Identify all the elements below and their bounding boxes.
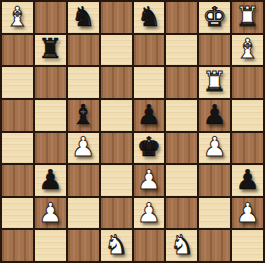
square-f2[interactable]	[166, 198, 197, 229]
square-d8[interactable]	[101, 2, 132, 33]
square-c8[interactable]: ♞	[68, 2, 99, 33]
piece-white-bishop-h7[interactable]: ♝	[235, 35, 259, 62]
square-d7[interactable]	[101, 35, 132, 66]
piece-white-pawn-c4[interactable]: ♟	[71, 133, 95, 160]
piece-black-knight-e8[interactable]: ♞	[137, 3, 161, 30]
square-a2[interactable]	[2, 198, 33, 229]
square-b3[interactable]: ♟	[35, 165, 66, 196]
square-b1[interactable]	[35, 230, 66, 261]
square-d3[interactable]	[101, 165, 132, 196]
piece-black-knight-c8[interactable]: ♞	[71, 3, 95, 30]
piece-black-pawn-e5[interactable]: ♟	[137, 101, 161, 128]
chess-board: ♝♞♞♚♜♜♝♜♝♟♟♟♚♟♟♟♟♟♟♟♞♞	[0, 0, 265, 263]
square-f1[interactable]: ♞	[166, 230, 197, 261]
piece-black-king-e4[interactable]: ♚	[137, 133, 161, 160]
square-c4[interactable]: ♟	[68, 133, 99, 164]
square-e1[interactable]	[134, 230, 165, 261]
square-c2[interactable]	[68, 198, 99, 229]
square-e2[interactable]: ♟	[134, 198, 165, 229]
square-c5[interactable]: ♝	[68, 100, 99, 131]
square-b8[interactable]	[35, 2, 66, 33]
square-h4[interactable]	[232, 133, 263, 164]
square-d2[interactable]	[101, 198, 132, 229]
square-a4[interactable]	[2, 133, 33, 164]
piece-white-knight-f1[interactable]: ♞	[170, 231, 194, 258]
square-c3[interactable]	[68, 165, 99, 196]
piece-white-rook-h8[interactable]: ♜	[235, 3, 259, 30]
square-a5[interactable]	[2, 100, 33, 131]
square-e6[interactable]	[134, 67, 165, 98]
square-f7[interactable]	[166, 35, 197, 66]
piece-white-pawn-h2[interactable]: ♟	[235, 199, 259, 226]
piece-white-knight-d1[interactable]: ♞	[104, 231, 128, 258]
square-b4[interactable]	[35, 133, 66, 164]
square-h2[interactable]: ♟	[232, 198, 263, 229]
square-h7[interactable]: ♝	[232, 35, 263, 66]
square-e3[interactable]: ♟	[134, 165, 165, 196]
square-g5[interactable]: ♟	[199, 100, 230, 131]
square-b6[interactable]	[35, 67, 66, 98]
square-h8[interactable]: ♜	[232, 2, 263, 33]
piece-white-bishop-a8[interactable]: ♝	[5, 3, 29, 30]
square-g1[interactable]	[199, 230, 230, 261]
piece-white-pawn-g4[interactable]: ♟	[203, 133, 227, 160]
square-a8[interactable]: ♝	[2, 2, 33, 33]
piece-white-king-g8[interactable]: ♚	[203, 3, 227, 30]
square-g2[interactable]	[199, 198, 230, 229]
piece-white-rook-g6[interactable]: ♜	[203, 68, 227, 95]
square-h1[interactable]	[232, 230, 263, 261]
square-b2[interactable]: ♟	[35, 198, 66, 229]
square-c6[interactable]	[68, 67, 99, 98]
square-h6[interactable]	[232, 67, 263, 98]
piece-black-pawn-h3[interactable]: ♟	[235, 166, 259, 193]
square-a6[interactable]	[2, 67, 33, 98]
square-g4[interactable]: ♟	[199, 133, 230, 164]
piece-white-pawn-e2[interactable]: ♟	[137, 199, 161, 226]
piece-black-pawn-b3[interactable]: ♟	[38, 166, 62, 193]
square-e4[interactable]: ♚	[134, 133, 165, 164]
square-h5[interactable]	[232, 100, 263, 131]
square-g8[interactable]: ♚	[199, 2, 230, 33]
square-g6[interactable]: ♜	[199, 67, 230, 98]
square-f8[interactable]	[166, 2, 197, 33]
square-h3[interactable]: ♟	[232, 165, 263, 196]
square-a1[interactable]	[2, 230, 33, 261]
square-b5[interactable]	[35, 100, 66, 131]
piece-black-pawn-g5[interactable]: ♟	[203, 101, 227, 128]
square-f3[interactable]	[166, 165, 197, 196]
square-c1[interactable]	[68, 230, 99, 261]
square-e5[interactable]: ♟	[134, 100, 165, 131]
square-e7[interactable]	[134, 35, 165, 66]
square-a3[interactable]	[2, 165, 33, 196]
square-b7[interactable]: ♜	[35, 35, 66, 66]
square-f5[interactable]	[166, 100, 197, 131]
piece-black-bishop-c5[interactable]: ♝	[71, 101, 95, 128]
square-d5[interactable]	[101, 100, 132, 131]
square-f4[interactable]	[166, 133, 197, 164]
square-g3[interactable]	[199, 165, 230, 196]
square-e8[interactable]: ♞	[134, 2, 165, 33]
square-f6[interactable]	[166, 67, 197, 98]
square-d6[interactable]	[101, 67, 132, 98]
square-d1[interactable]: ♞	[101, 230, 132, 261]
square-c7[interactable]	[68, 35, 99, 66]
square-a7[interactable]	[2, 35, 33, 66]
square-g7[interactable]	[199, 35, 230, 66]
piece-black-rook-b7[interactable]: ♜	[38, 35, 62, 62]
piece-white-pawn-e3[interactable]: ♟	[137, 166, 161, 193]
piece-white-pawn-b2[interactable]: ♟	[38, 199, 62, 226]
square-d4[interactable]	[101, 133, 132, 164]
